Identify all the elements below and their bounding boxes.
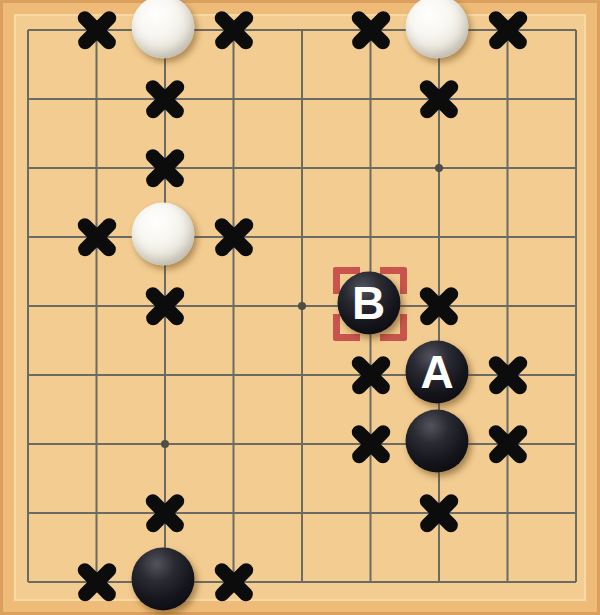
intersection-j8[interactable] — [542, 65, 600, 134]
intersection-g3[interactable] — [405, 410, 474, 479]
intersection-f4[interactable] — [336, 341, 405, 410]
intersection-a4[interactable] — [0, 341, 62, 410]
x-marker — [485, 352, 531, 398]
x-marker — [74, 7, 120, 53]
x-marker — [211, 559, 257, 605]
intersection-a7[interactable] — [0, 134, 62, 203]
intersection-j7[interactable] — [542, 134, 600, 203]
intersection-a8[interactable] — [0, 65, 62, 134]
x-marker — [142, 76, 188, 122]
intersection-c1[interactable] — [131, 548, 200, 615]
intersection-g6[interactable] — [405, 203, 474, 272]
intersection-h1[interactable] — [473, 548, 542, 615]
stone-label: B — [352, 279, 385, 325]
intersection-g4[interactable]: A — [405, 341, 474, 410]
intersection-e7[interactable] — [268, 134, 337, 203]
intersection-j3[interactable] — [542, 410, 600, 479]
x-marker — [142, 145, 188, 191]
intersection-h8[interactable] — [473, 65, 542, 134]
intersection-h3[interactable] — [473, 410, 542, 479]
intersection-g1[interactable] — [405, 548, 474, 615]
black-stone: B — [337, 272, 400, 335]
black-stone: A — [406, 341, 469, 404]
intersection-f6[interactable] — [336, 203, 405, 272]
white-stone — [132, 203, 195, 266]
intersection-e3[interactable] — [268, 410, 337, 479]
intersection-j4[interactable] — [542, 341, 600, 410]
x-marker — [142, 283, 188, 329]
intersection-c3[interactable] — [131, 410, 200, 479]
x-marker — [142, 490, 188, 536]
intersection-b3[interactable] — [62, 410, 131, 479]
x-marker — [416, 283, 462, 329]
intersection-a6[interactable] — [0, 203, 62, 272]
intersection-f9[interactable] — [336, 0, 405, 65]
intersection-j5[interactable] — [542, 272, 600, 341]
intersection-c4[interactable] — [131, 341, 200, 410]
intersection-h2[interactable] — [473, 479, 542, 548]
intersection-f3[interactable] — [336, 410, 405, 479]
intersection-h9[interactable] — [473, 0, 542, 65]
x-marker — [416, 490, 462, 536]
intersection-d3[interactable] — [199, 410, 268, 479]
x-marker — [416, 76, 462, 122]
intersection-h4[interactable] — [473, 341, 542, 410]
intersection-f2[interactable] — [336, 479, 405, 548]
intersection-e2[interactable] — [268, 479, 337, 548]
intersection-a9[interactable] — [0, 0, 62, 65]
intersection-a5[interactable] — [0, 272, 62, 341]
intersection-d9[interactable] — [199, 0, 268, 65]
intersection-e8[interactable] — [268, 65, 337, 134]
intersection-e6[interactable] — [268, 203, 337, 272]
intersection-d7[interactable] — [199, 134, 268, 203]
intersection-c8[interactable] — [131, 65, 200, 134]
intersection-c5[interactable] — [131, 272, 200, 341]
x-marker — [348, 352, 394, 398]
intersection-f7[interactable] — [336, 134, 405, 203]
intersection-g9[interactable] — [405, 0, 474, 65]
intersection-c9[interactable] — [131, 0, 200, 65]
intersection-f8[interactable] — [336, 65, 405, 134]
intersection-c6[interactable] — [131, 203, 200, 272]
intersection-d5[interactable] — [199, 272, 268, 341]
intersection-a2[interactable] — [0, 479, 62, 548]
white-stone — [132, 0, 195, 59]
intersection-g8[interactable] — [405, 65, 474, 134]
x-marker — [485, 7, 531, 53]
x-marker — [211, 214, 257, 260]
white-stone — [406, 0, 469, 59]
intersection-j6[interactable] — [542, 203, 600, 272]
go-board: BA — [0, 0, 600, 615]
x-marker — [74, 214, 120, 260]
intersection-a3[interactable] — [0, 410, 62, 479]
intersection-b6[interactable] — [62, 203, 131, 272]
intersection-h7[interactable] — [473, 134, 542, 203]
intersection-a1[interactable] — [0, 548, 62, 615]
black-stone — [406, 410, 469, 473]
intersection-g7[interactable] — [405, 134, 474, 203]
intersection-b4[interactable] — [62, 341, 131, 410]
intersection-h5[interactable] — [473, 272, 542, 341]
x-marker — [211, 7, 257, 53]
board-grid: BA — [0, 0, 600, 615]
intersection-b5[interactable] — [62, 272, 131, 341]
x-marker — [74, 559, 120, 605]
intersection-c7[interactable] — [131, 134, 200, 203]
intersection-e5[interactable] — [268, 272, 337, 341]
x-marker — [485, 421, 531, 467]
intersection-c2[interactable] — [131, 479, 200, 548]
intersection-g2[interactable] — [405, 479, 474, 548]
intersection-d4[interactable] — [199, 341, 268, 410]
intersection-b1[interactable] — [62, 548, 131, 615]
x-marker — [348, 421, 394, 467]
intersection-f5[interactable]: B — [336, 272, 405, 341]
intersection-b9[interactable] — [62, 0, 131, 65]
intersection-j1[interactable] — [542, 548, 600, 615]
intersection-f1[interactable] — [336, 548, 405, 615]
x-marker — [348, 7, 394, 53]
black-stone — [132, 548, 195, 611]
intersection-d6[interactable] — [199, 203, 268, 272]
stone-label: A — [420, 348, 453, 394]
intersection-e1[interactable] — [268, 548, 337, 615]
intersection-d1[interactable] — [199, 548, 268, 615]
intersection-d8[interactable] — [199, 65, 268, 134]
intersection-g5[interactable] — [405, 272, 474, 341]
intersection-b8[interactable] — [62, 65, 131, 134]
intersection-b2[interactable] — [62, 479, 131, 548]
intersection-j9[interactable] — [542, 0, 600, 65]
intersection-d2[interactable] — [199, 479, 268, 548]
intersection-e9[interactable] — [268, 0, 337, 65]
intersection-h6[interactable] — [473, 203, 542, 272]
intersection-e4[interactable] — [268, 341, 337, 410]
intersection-j2[interactable] — [542, 479, 600, 548]
intersection-b7[interactable] — [62, 134, 131, 203]
